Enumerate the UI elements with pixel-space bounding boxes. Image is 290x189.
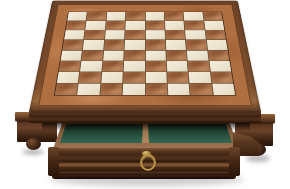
square-f2 (167, 72, 189, 83)
square-h1 (212, 84, 235, 95)
foot-shadow-right (246, 155, 270, 162)
drawer-end-cap-left (48, 147, 59, 176)
drawer-opening-shadow (42, 122, 250, 131)
square-f5 (166, 40, 186, 50)
square-f3 (167, 61, 188, 71)
square-d8 (126, 12, 145, 20)
square-e3 (145, 61, 166, 71)
square-h4 (208, 50, 230, 60)
square-a3 (59, 61, 81, 71)
square-e5 (145, 40, 165, 50)
square-c4 (103, 50, 124, 60)
square-c7 (106, 21, 125, 30)
drawer-bottom-edge (52, 175, 236, 179)
square-c5 (104, 40, 124, 50)
square-a1 (55, 84, 78, 95)
square-e1 (145, 84, 167, 95)
square-d3 (124, 61, 145, 71)
square-f1 (168, 84, 190, 95)
square-g6 (185, 30, 205, 39)
square-c1 (100, 84, 122, 95)
square-h8 (203, 12, 223, 20)
square-d7 (126, 21, 145, 30)
square-b1 (78, 84, 101, 95)
handle-ring-icon (140, 154, 156, 171)
square-d4 (124, 50, 144, 60)
square-e4 (145, 50, 165, 60)
square-b6 (84, 30, 104, 39)
drawer-handle-ring (137, 150, 157, 172)
square-g2 (189, 72, 211, 83)
square-d2 (123, 72, 144, 83)
square-f4 (166, 50, 187, 60)
square-h3 (209, 61, 231, 71)
square-h2 (211, 72, 234, 83)
drawer-end-cap-right (229, 147, 240, 176)
board-burl-border (38, 5, 252, 106)
square-a6 (64, 30, 85, 39)
square-h6 (205, 30, 226, 39)
square-g8 (184, 12, 203, 20)
board-field (55, 12, 235, 95)
square-b2 (79, 72, 101, 83)
square-a8 (67, 12, 87, 20)
square-e8 (145, 12, 164, 20)
board-walnut-rim (29, 1, 261, 112)
square-c3 (102, 61, 123, 71)
square-d6 (125, 30, 144, 39)
square-c6 (105, 30, 125, 39)
square-g3 (188, 61, 210, 71)
bun-foot-left (26, 138, 41, 150)
square-c8 (106, 12, 125, 20)
square-b4 (82, 50, 103, 60)
square-b3 (80, 61, 102, 71)
square-g4 (187, 50, 208, 60)
square-a4 (61, 50, 83, 60)
square-b7 (86, 21, 106, 30)
square-e6 (145, 30, 164, 39)
square-e7 (145, 21, 164, 30)
square-a5 (62, 40, 83, 50)
square-f6 (165, 30, 185, 39)
square-f8 (165, 12, 184, 20)
square-d5 (125, 40, 145, 50)
square-c2 (101, 72, 123, 83)
square-g7 (185, 21, 205, 30)
square-g5 (186, 40, 207, 50)
square-a2 (57, 72, 80, 83)
square-b5 (83, 40, 104, 50)
square-f7 (165, 21, 184, 30)
photo-scene (0, 0, 290, 189)
square-a7 (66, 21, 86, 30)
square-d1 (123, 84, 145, 95)
board-field-frame (54, 12, 236, 96)
square-h5 (206, 40, 227, 50)
chessboard (29, 1, 261, 112)
square-b8 (87, 12, 106, 20)
square-h7 (204, 21, 224, 30)
square-e2 (145, 72, 166, 83)
square-g1 (190, 84, 213, 95)
